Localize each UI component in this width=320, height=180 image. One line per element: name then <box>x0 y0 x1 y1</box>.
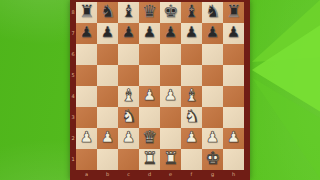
file-label-a: a <box>76 170 97 179</box>
square-f7: ♟ <box>181 23 202 44</box>
piece-white-pawn: ♟ <box>80 127 93 148</box>
square-b1 <box>97 149 118 170</box>
square-c4: ♝ <box>118 86 139 107</box>
piece-white-king: ♚ <box>205 148 220 169</box>
piece-white-knight: ♞ <box>121 106 136 127</box>
square-c6 <box>118 44 139 65</box>
piece-white-queen: ♛ <box>142 127 157 148</box>
square-h6 <box>223 44 244 65</box>
square-d3 <box>139 107 160 128</box>
square-e3 <box>160 107 181 128</box>
square-b8: ♞ <box>97 2 118 23</box>
square-g7: ♟ <box>202 23 223 44</box>
piece-black-pawn: ♟ <box>143 22 156 43</box>
square-d4: ♟ <box>139 86 160 107</box>
piece-black-king: ♚ <box>163 1 178 22</box>
square-c5 <box>118 65 139 86</box>
thumbnail-scene: 87654321 abcdefgh ♜♞♝♛♚♝♞♜♟♟♟♟♟♟♟♟♝♟♟♝♞♞… <box>0 0 320 180</box>
file-labels: abcdefgh <box>76 170 244 179</box>
square-g6 <box>202 44 223 65</box>
piece-black-bishop: ♝ <box>184 1 199 22</box>
piece-black-pawn: ♟ <box>122 22 135 43</box>
piece-black-pawn: ♟ <box>80 22 93 43</box>
square-e1: ♜ <box>160 149 181 170</box>
square-c8: ♝ <box>118 2 139 23</box>
piece-black-pawn: ♟ <box>185 22 198 43</box>
file-label-d: d <box>139 170 160 179</box>
square-h7: ♟ <box>223 23 244 44</box>
square-e5 <box>160 65 181 86</box>
piece-black-knight: ♞ <box>205 1 220 22</box>
piece-black-pawn: ♟ <box>206 22 219 43</box>
piece-black-rook: ♜ <box>79 1 94 22</box>
square-f8: ♝ <box>181 2 202 23</box>
square-a5 <box>76 65 97 86</box>
square-a2: ♟ <box>76 128 97 149</box>
square-d7: ♟ <box>139 23 160 44</box>
square-c1 <box>118 149 139 170</box>
piece-white-pawn: ♟ <box>164 85 177 106</box>
file-label-c: c <box>118 170 139 179</box>
square-b2: ♟ <box>97 128 118 149</box>
square-h2: ♟ <box>223 128 244 149</box>
square-b4 <box>97 86 118 107</box>
piece-black-knight: ♞ <box>100 1 115 22</box>
piece-white-pawn: ♟ <box>122 127 135 148</box>
file-label-h: h <box>223 170 244 179</box>
piece-black-pawn: ♟ <box>164 22 177 43</box>
square-c7: ♟ <box>118 23 139 44</box>
piece-white-bishop: ♝ <box>121 85 136 106</box>
square-h1 <box>223 149 244 170</box>
file-label-g: g <box>202 170 223 179</box>
piece-white-pawn: ♟ <box>143 85 156 106</box>
square-h8: ♜ <box>223 2 244 23</box>
piece-white-bishop: ♝ <box>184 85 199 106</box>
piece-white-pawn: ♟ <box>227 127 240 148</box>
square-g2: ♟ <box>202 128 223 149</box>
piece-white-rook: ♜ <box>142 148 157 169</box>
square-a8: ♜ <box>76 2 97 23</box>
piece-black-pawn: ♟ <box>227 22 240 43</box>
piece-black-pawn: ♟ <box>101 22 114 43</box>
square-h4 <box>223 86 244 107</box>
square-g1: ♚ <box>202 149 223 170</box>
file-label-f: f <box>181 170 202 179</box>
square-f6 <box>181 44 202 65</box>
square-g3 <box>202 107 223 128</box>
square-d1: ♜ <box>139 149 160 170</box>
square-f4: ♝ <box>181 86 202 107</box>
piece-white-pawn: ♟ <box>185 127 198 148</box>
square-b5 <box>97 65 118 86</box>
square-e7: ♟ <box>160 23 181 44</box>
square-c2: ♟ <box>118 128 139 149</box>
square-b3 <box>97 107 118 128</box>
square-f1 <box>181 149 202 170</box>
square-g4 <box>202 86 223 107</box>
square-d5 <box>139 65 160 86</box>
board-grid: ♜♞♝♛♚♝♞♜♟♟♟♟♟♟♟♟♝♟♟♝♞♞♟♟♟♛♟♟♟♜♜♚ <box>76 2 244 170</box>
square-h3 <box>223 107 244 128</box>
file-label-b: b <box>97 170 118 179</box>
square-g5 <box>202 65 223 86</box>
square-e4: ♟ <box>160 86 181 107</box>
square-a4 <box>76 86 97 107</box>
square-a6 <box>76 44 97 65</box>
piece-black-bishop: ♝ <box>121 1 136 22</box>
piece-white-knight: ♞ <box>184 106 199 127</box>
square-d6 <box>139 44 160 65</box>
square-c3: ♞ <box>118 107 139 128</box>
square-e8: ♚ <box>160 2 181 23</box>
square-a7: ♟ <box>76 23 97 44</box>
piece-black-queen: ♛ <box>142 1 157 22</box>
piece-white-pawn: ♟ <box>101 127 114 148</box>
square-e6 <box>160 44 181 65</box>
square-f5 <box>181 65 202 86</box>
square-a1 <box>76 149 97 170</box>
square-d8: ♛ <box>139 2 160 23</box>
piece-white-rook: ♜ <box>163 148 178 169</box>
piece-white-pawn: ♟ <box>206 127 219 148</box>
square-h5 <box>223 65 244 86</box>
square-e2 <box>160 128 181 149</box>
square-g8: ♞ <box>202 2 223 23</box>
square-a3 <box>76 107 97 128</box>
square-f2: ♟ <box>181 128 202 149</box>
square-b6 <box>97 44 118 65</box>
piece-black-rook: ♜ <box>226 1 241 22</box>
chess-board: 87654321 abcdefgh ♜♞♝♛♚♝♞♜♟♟♟♟♟♟♟♟♝♟♟♝♞♞… <box>70 0 250 180</box>
file-label-e: e <box>160 170 181 179</box>
square-b7: ♟ <box>97 23 118 44</box>
square-d2: ♛ <box>139 128 160 149</box>
square-f3: ♞ <box>181 107 202 128</box>
